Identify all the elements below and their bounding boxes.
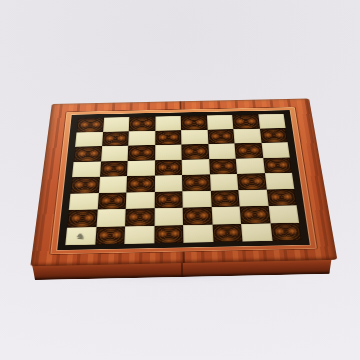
square-r2c3[interactable] [155,145,182,161]
square-r5c6[interactable] [238,189,268,206]
square-r5c1[interactable] [97,192,126,209]
board-surface: ♞ [30,99,337,267]
square-r0c6[interactable] [232,114,259,129]
square-r7c5[interactable] [212,224,242,242]
square-r1c4[interactable] [181,129,208,144]
square-r6c4[interactable] [183,207,212,225]
square-r3c3[interactable] [155,159,182,175]
square-r0c4[interactable] [181,115,207,130]
square-r7c3[interactable] [154,225,184,243]
square-r5c3[interactable] [154,191,182,208]
square-r4c6[interactable] [237,173,266,190]
square-r3c0[interactable] [72,161,101,177]
playing-grid: ♞ [65,114,301,245]
square-r6c1[interactable] [96,209,126,227]
chessboard: ♞ [39,32,325,318]
square-r2c5[interactable] [208,143,236,159]
square-r5c4[interactable] [182,190,211,207]
square-r4c7[interactable] [264,173,294,190]
square-r7c0[interactable]: ♞ [65,227,96,246]
square-r7c1[interactable] [95,226,125,245]
square-r6c2[interactable] [125,208,154,226]
square-r6c6[interactable] [240,206,270,224]
square-r1c5[interactable] [207,129,234,144]
square-r5c5[interactable] [210,190,239,207]
square-r6c7[interactable] [268,205,299,223]
square-r4c3[interactable] [154,175,182,192]
square-r6c0[interactable] [67,209,97,227]
square-r3c4[interactable] [182,159,210,175]
square-r5c0[interactable] [69,193,99,210]
maker-stamp: ♞ [63,226,97,246]
square-r5c2[interactable] [126,192,155,209]
square-r2c1[interactable] [101,146,129,162]
square-r0c3[interactable] [155,116,181,131]
square-r1c1[interactable] [102,131,129,146]
square-r1c0[interactable] [75,132,103,147]
square-r0c5[interactable] [206,115,233,130]
square-r2c2[interactable] [128,145,155,161]
square-r3c6[interactable] [236,158,265,174]
square-r4c1[interactable] [98,176,127,193]
square-r4c2[interactable] [126,176,154,193]
square-r7c7[interactable] [270,222,302,240]
square-r2c7[interactable] [261,142,290,158]
square-r1c2[interactable] [128,131,155,146]
square-r3c5[interactable] [209,158,237,174]
square-r2c4[interactable] [181,144,208,160]
square-r4c4[interactable] [182,174,210,191]
square-r1c6[interactable] [233,128,261,143]
square-r3c1[interactable] [100,161,128,177]
square-r5c7[interactable] [266,189,296,206]
photo-background: ♞ [0,0,360,360]
square-r0c2[interactable] [129,117,155,132]
square-r7c2[interactable] [124,226,154,245]
square-r1c3[interactable] [155,130,182,145]
square-r1c7[interactable] [259,128,287,143]
square-r0c1[interactable] [103,117,130,132]
square-r0c0[interactable] [77,118,104,133]
square-r2c6[interactable] [235,143,263,159]
square-r0c7[interactable] [258,114,286,129]
square-r3c2[interactable] [127,160,155,176]
square-r3c7[interactable] [263,157,292,173]
square-r6c3[interactable] [154,208,183,226]
square-r2c0[interactable] [74,146,102,162]
square-r4c5[interactable] [209,174,238,191]
square-r7c4[interactable] [183,224,213,242]
square-r4c0[interactable] [70,177,99,194]
square-r6c5[interactable] [211,206,241,224]
square-r7c6[interactable] [241,223,272,241]
